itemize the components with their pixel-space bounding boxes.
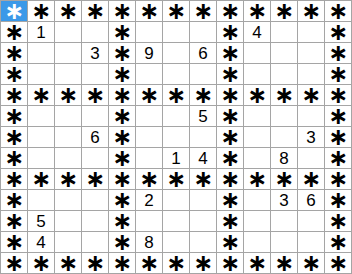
wall-cell[interactable]: ∗ — [109, 169, 136, 190]
empty-cell[interactable] — [298, 232, 325, 253]
empty-cell[interactable] — [82, 190, 109, 211]
wall-cell[interactable]: ∗ — [109, 148, 136, 169]
wall-cell[interactable]: ∗ — [217, 85, 244, 106]
wall-cell[interactable]: ∗ — [28, 1, 55, 22]
wall-cell[interactable]: ∗ — [325, 127, 352, 148]
empty-cell[interactable] — [82, 232, 109, 253]
wall-cell[interactable]: ∗ — [163, 1, 190, 22]
wall-cell[interactable]: ∗ — [28, 253, 55, 274]
wall-cell[interactable]: ∗ — [271, 253, 298, 274]
empty-cell[interactable] — [190, 190, 217, 211]
wall-cell[interactable]: ∗ — [244, 169, 271, 190]
wall-cell[interactable]: ∗ — [298, 85, 325, 106]
empty-cell[interactable] — [271, 232, 298, 253]
empty-cell[interactable] — [163, 232, 190, 253]
wall-cell[interactable]: ∗ — [1, 85, 28, 106]
empty-cell[interactable] — [55, 211, 82, 232]
empty-cell[interactable] — [55, 127, 82, 148]
empty-cell[interactable] — [271, 106, 298, 127]
wall-cell[interactable]: ∗ — [163, 85, 190, 106]
wall-cell[interactable]: ∗ — [109, 253, 136, 274]
wall-cell[interactable]: ∗ — [271, 1, 298, 22]
empty-cell[interactable] — [136, 211, 163, 232]
wall-cell[interactable]: ∗ — [325, 232, 352, 253]
empty-cell[interactable] — [82, 106, 109, 127]
wall-cell[interactable]: ∗ — [217, 190, 244, 211]
wall-cell[interactable]: ∗ — [55, 85, 82, 106]
wall-cell[interactable]: ∗ — [217, 1, 244, 22]
empty-cell[interactable] — [163, 190, 190, 211]
wall-cell[interactable]: ∗ — [28, 169, 55, 190]
empty-cell[interactable] — [244, 190, 271, 211]
empty-cell[interactable] — [28, 64, 55, 85]
empty-cell[interactable] — [271, 22, 298, 43]
digit-cell[interactable]: 5 — [190, 106, 217, 127]
wall-cell[interactable]: ∗ — [217, 253, 244, 274]
wall-cell[interactable]: ∗ — [82, 1, 109, 22]
empty-cell[interactable] — [55, 190, 82, 211]
empty-cell[interactable] — [298, 64, 325, 85]
empty-cell[interactable] — [271, 127, 298, 148]
wall-cell[interactable]: ∗ — [1, 106, 28, 127]
wall-cell[interactable]: ∗ — [109, 64, 136, 85]
digit-cell[interactable]: 1 — [163, 148, 190, 169]
wall-cell[interactable]: ∗ — [325, 22, 352, 43]
wall-cell[interactable]: ∗ — [271, 169, 298, 190]
empty-cell[interactable] — [190, 64, 217, 85]
empty-cell[interactable] — [55, 106, 82, 127]
wall-cell[interactable]: ∗ — [325, 1, 352, 22]
wall-cell[interactable]: ∗ — [217, 22, 244, 43]
empty-cell[interactable] — [82, 211, 109, 232]
empty-cell[interactable] — [298, 43, 325, 64]
empty-cell[interactable] — [298, 22, 325, 43]
wall-cell[interactable]: ∗ — [82, 169, 109, 190]
wall-cell[interactable]: ∗ — [325, 106, 352, 127]
wall-cell[interactable]: ∗ — [325, 43, 352, 64]
wall-cell[interactable]: ∗ — [109, 211, 136, 232]
wall-cell[interactable]: ∗ — [325, 190, 352, 211]
empty-cell[interactable] — [244, 106, 271, 127]
wall-cell[interactable]: ∗ — [1, 232, 28, 253]
empty-cell[interactable] — [55, 64, 82, 85]
wall-cell[interactable]: ∗ — [109, 85, 136, 106]
empty-cell[interactable] — [55, 232, 82, 253]
empty-cell[interactable] — [244, 64, 271, 85]
wall-cell[interactable]: ∗ — [190, 169, 217, 190]
digit-cell[interactable]: 4 — [244, 22, 271, 43]
wall-cell[interactable]: ∗ — [82, 253, 109, 274]
wall-cell[interactable]: ∗ — [55, 253, 82, 274]
wall-cell[interactable]: ∗ — [55, 1, 82, 22]
digit-cell[interactable]: 2 — [136, 190, 163, 211]
wall-cell[interactable]: ∗ — [109, 190, 136, 211]
wall-cell[interactable]: ∗ — [109, 127, 136, 148]
digit-cell[interactable]: 8 — [136, 232, 163, 253]
digit-cell[interactable]: 6 — [190, 43, 217, 64]
wall-cell[interactable]: ∗ — [271, 85, 298, 106]
empty-cell[interactable] — [298, 106, 325, 127]
wall-cell[interactable]: ∗ — [109, 22, 136, 43]
wall-cell[interactable]: ∗ — [163, 169, 190, 190]
wall-cell[interactable]: ∗ — [190, 1, 217, 22]
empty-cell[interactable] — [136, 22, 163, 43]
wall-cell[interactable]: ∗ — [1, 22, 28, 43]
wall-cell[interactable]: ∗ — [325, 148, 352, 169]
wall-cell[interactable]: ∗ — [1, 148, 28, 169]
empty-cell[interactable] — [82, 148, 109, 169]
digit-cell[interactable]: 9 — [136, 43, 163, 64]
wall-cell[interactable]: ∗ — [217, 43, 244, 64]
empty-cell[interactable] — [28, 43, 55, 64]
empty-cell[interactable] — [298, 148, 325, 169]
digit-cell[interactable]: 3 — [271, 190, 298, 211]
empty-cell[interactable] — [190, 211, 217, 232]
empty-cell[interactable] — [244, 43, 271, 64]
wall-cell[interactable]: ∗ — [1, 64, 28, 85]
digit-cell[interactable]: 4 — [190, 148, 217, 169]
empty-cell[interactable] — [55, 148, 82, 169]
empty-cell[interactable] — [244, 127, 271, 148]
wall-cell[interactable]: ∗ — [109, 232, 136, 253]
empty-cell[interactable] — [163, 22, 190, 43]
empty-cell[interactable] — [163, 43, 190, 64]
empty-cell[interactable] — [163, 106, 190, 127]
wall-cell[interactable]: ∗ — [1, 43, 28, 64]
wall-cell[interactable]: ∗ — [55, 169, 82, 190]
wall-cell[interactable]: ∗ — [190, 253, 217, 274]
wall-cell[interactable]: ∗ — [190, 85, 217, 106]
wall-cell[interactable]: ∗ — [136, 253, 163, 274]
wall-cell[interactable]: ∗ — [217, 211, 244, 232]
wall-cell[interactable]: ∗ — [1, 169, 28, 190]
digit-cell[interactable]: 3 — [298, 127, 325, 148]
wall-cell[interactable]: ∗ — [217, 64, 244, 85]
empty-cell[interactable] — [136, 106, 163, 127]
wall-cell[interactable]: ∗ — [82, 85, 109, 106]
wall-cell[interactable]: ∗ — [298, 169, 325, 190]
empty-cell[interactable] — [82, 64, 109, 85]
empty-cell[interactable] — [271, 211, 298, 232]
wall-cell[interactable]: ∗ — [325, 169, 352, 190]
empty-cell[interactable] — [82, 22, 109, 43]
wall-cell[interactable]: ∗ — [1, 211, 28, 232]
wall-cell[interactable]: ∗ — [109, 1, 136, 22]
empty-cell[interactable] — [55, 43, 82, 64]
sudoku-board: ∗∗∗∗∗∗∗∗∗∗∗∗∗∗1∗∗4∗∗3∗96∗∗∗∗∗∗∗∗∗∗∗∗∗∗∗∗… — [0, 0, 352, 274]
empty-cell[interactable] — [244, 232, 271, 253]
wall-cell[interactable]: ∗ — [136, 1, 163, 22]
wall-cell[interactable]: ∗ — [325, 253, 352, 274]
empty-cell[interactable] — [136, 148, 163, 169]
wall-cell[interactable]: ∗ — [298, 1, 325, 22]
wall-cell[interactable]: ∗ — [244, 85, 271, 106]
wall-cell[interactable]: ∗ — [325, 64, 352, 85]
wall-cell[interactable]: ∗ — [244, 253, 271, 274]
empty-cell[interactable] — [244, 211, 271, 232]
empty-cell[interactable] — [190, 22, 217, 43]
empty-cell[interactable] — [163, 211, 190, 232]
wall-cell[interactable]: ∗ — [136, 169, 163, 190]
wall-cell[interactable]: ∗ — [244, 1, 271, 22]
wall-cell[interactable]: ∗ — [217, 232, 244, 253]
wall-cell[interactable]: ∗ — [1, 253, 28, 274]
digit-cell[interactable]: 6 — [82, 127, 109, 148]
empty-cell[interactable] — [163, 127, 190, 148]
empty-cell[interactable] — [136, 64, 163, 85]
wall-cell[interactable]: ∗ — [136, 85, 163, 106]
digit-cell[interactable]: 3 — [82, 43, 109, 64]
empty-cell[interactable] — [28, 127, 55, 148]
empty-cell[interactable] — [28, 106, 55, 127]
wall-cell[interactable]: ∗ — [217, 127, 244, 148]
empty-cell[interactable] — [190, 232, 217, 253]
digit-cell[interactable]: 1 — [28, 22, 55, 43]
digit-cell[interactable]: 6 — [298, 190, 325, 211]
wall-cell[interactable]: ∗ — [109, 106, 136, 127]
empty-cell[interactable] — [163, 64, 190, 85]
wall-cell[interactable]: ∗ — [217, 106, 244, 127]
wall-cell[interactable]: ∗ — [109, 43, 136, 64]
selected-wall-cell[interactable]: ∗ — [1, 1, 28, 22]
digit-cell[interactable]: 5 — [28, 211, 55, 232]
empty-cell[interactable] — [271, 64, 298, 85]
empty-cell[interactable] — [190, 127, 217, 148]
wall-cell[interactable]: ∗ — [28, 85, 55, 106]
wall-cell[interactable]: ∗ — [298, 253, 325, 274]
empty-cell[interactable] — [28, 148, 55, 169]
empty-cell[interactable] — [55, 22, 82, 43]
wall-cell[interactable]: ∗ — [1, 190, 28, 211]
empty-cell[interactable] — [28, 190, 55, 211]
wall-cell[interactable]: ∗ — [325, 211, 352, 232]
digit-cell[interactable]: 8 — [271, 148, 298, 169]
empty-cell[interactable] — [271, 43, 298, 64]
wall-cell[interactable]: ∗ — [217, 148, 244, 169]
empty-cell[interactable] — [136, 127, 163, 148]
digit-cell[interactable]: 4 — [28, 232, 55, 253]
wall-cell[interactable]: ∗ — [163, 253, 190, 274]
empty-cell[interactable] — [244, 148, 271, 169]
wall-cell[interactable]: ∗ — [325, 85, 352, 106]
empty-cell[interactable] — [298, 211, 325, 232]
wall-cell[interactable]: ∗ — [1, 127, 28, 148]
wall-cell[interactable]: ∗ — [217, 169, 244, 190]
